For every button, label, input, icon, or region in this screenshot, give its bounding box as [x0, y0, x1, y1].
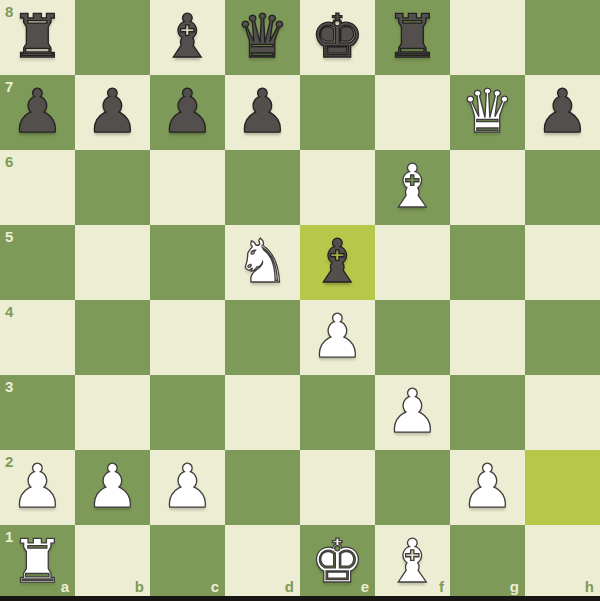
file-label-d: d — [285, 579, 294, 594]
square-a1[interactable]: 1a♜ — [0, 525, 75, 600]
square-c4[interactable] — [150, 300, 225, 375]
file-label-h: h — [585, 579, 594, 594]
square-e5[interactable]: ♝ — [300, 225, 375, 300]
piece-black-pawn[interactable]: ♟ — [536, 81, 590, 141]
piece-white-pawn[interactable]: ♟ — [386, 381, 440, 441]
square-d7[interactable]: ♟ — [225, 75, 300, 150]
square-e6[interactable] — [300, 150, 375, 225]
square-a8[interactable]: 8♜ — [0, 0, 75, 75]
square-g8[interactable] — [450, 0, 525, 75]
square-h5[interactable] — [525, 225, 600, 300]
piece-white-pawn[interactable]: ♟ — [461, 456, 515, 516]
piece-black-pawn[interactable]: ♟ — [161, 81, 215, 141]
piece-white-knight[interactable]: ♞ — [236, 231, 290, 291]
square-f4[interactable] — [375, 300, 450, 375]
square-c3[interactable] — [150, 375, 225, 450]
square-c2[interactable]: ♟ — [150, 450, 225, 525]
square-a7[interactable]: 7♟ — [0, 75, 75, 150]
square-e7[interactable] — [300, 75, 375, 150]
square-c5[interactable] — [150, 225, 225, 300]
file-label-c: c — [211, 579, 219, 594]
piece-black-pawn[interactable]: ♟ — [236, 81, 290, 141]
square-d8[interactable]: ♛ — [225, 0, 300, 75]
square-c8[interactable]: ♝ — [150, 0, 225, 75]
bottom-bar — [0, 596, 600, 601]
square-h8[interactable] — [525, 0, 600, 75]
square-h7[interactable]: ♟ — [525, 75, 600, 150]
square-g1[interactable]: g — [450, 525, 525, 600]
square-b4[interactable] — [75, 300, 150, 375]
chess-app: 8♜♝♛♚♜7♟♟♟♟♛♟6♝5♞♝4♟3♟2♟♟♟♟1a♜bcde♚f♝gh — [0, 0, 600, 601]
square-g6[interactable] — [450, 150, 525, 225]
piece-black-pawn[interactable]: ♟ — [11, 81, 65, 141]
piece-white-rook[interactable]: ♜ — [11, 531, 65, 591]
rank-label-5: 5 — [5, 229, 13, 244]
square-b2[interactable]: ♟ — [75, 450, 150, 525]
file-label-f: f — [439, 579, 444, 594]
piece-white-pawn[interactable]: ♟ — [161, 456, 215, 516]
piece-black-pawn[interactable]: ♟ — [86, 81, 140, 141]
rank-label-3: 3 — [5, 379, 13, 394]
square-h6[interactable] — [525, 150, 600, 225]
square-c6[interactable] — [150, 150, 225, 225]
square-e8[interactable]: ♚ — [300, 0, 375, 75]
square-h3[interactable] — [525, 375, 600, 450]
square-c7[interactable]: ♟ — [150, 75, 225, 150]
file-label-g: g — [510, 579, 519, 594]
square-e3[interactable] — [300, 375, 375, 450]
square-a6[interactable]: 6 — [0, 150, 75, 225]
piece-black-bishop[interactable]: ♝ — [161, 6, 215, 66]
square-g2[interactable]: ♟ — [450, 450, 525, 525]
file-label-b: b — [135, 579, 144, 594]
square-a2[interactable]: 2♟ — [0, 450, 75, 525]
square-b7[interactable]: ♟ — [75, 75, 150, 150]
rank-label-6: 6 — [5, 154, 13, 169]
piece-white-bishop[interactable]: ♝ — [386, 156, 440, 216]
square-d2[interactable] — [225, 450, 300, 525]
square-c1[interactable]: c — [150, 525, 225, 600]
square-e2[interactable] — [300, 450, 375, 525]
square-f8[interactable]: ♜ — [375, 0, 450, 75]
square-f5[interactable] — [375, 225, 450, 300]
square-e1[interactable]: e♚ — [300, 525, 375, 600]
square-b8[interactable] — [75, 0, 150, 75]
square-f3[interactable]: ♟ — [375, 375, 450, 450]
piece-black-rook[interactable]: ♜ — [386, 6, 440, 66]
square-f6[interactable]: ♝ — [375, 150, 450, 225]
square-b5[interactable] — [75, 225, 150, 300]
square-h4[interactable] — [525, 300, 600, 375]
square-g3[interactable] — [450, 375, 525, 450]
piece-black-rook[interactable]: ♜ — [11, 6, 65, 66]
square-b6[interactable] — [75, 150, 150, 225]
square-a5[interactable]: 5 — [0, 225, 75, 300]
piece-black-king[interactable]: ♚ — [311, 6, 365, 66]
piece-black-queen[interactable]: ♛ — [236, 6, 290, 66]
square-h2[interactable] — [525, 450, 600, 525]
square-b1[interactable]: b — [75, 525, 150, 600]
square-d3[interactable] — [225, 375, 300, 450]
square-b3[interactable] — [75, 375, 150, 450]
chess-board: 8♜♝♛♚♜7♟♟♟♟♛♟6♝5♞♝4♟3♟2♟♟♟♟1a♜bcde♚f♝gh — [0, 0, 600, 600]
piece-white-pawn[interactable]: ♟ — [11, 456, 65, 516]
square-d4[interactable] — [225, 300, 300, 375]
rank-label-4: 4 — [5, 304, 13, 319]
piece-white-pawn[interactable]: ♟ — [86, 456, 140, 516]
square-a4[interactable]: 4 — [0, 300, 75, 375]
square-d6[interactable] — [225, 150, 300, 225]
square-a3[interactable]: 3 — [0, 375, 75, 450]
square-g7[interactable]: ♛ — [450, 75, 525, 150]
piece-white-pawn[interactable]: ♟ — [311, 306, 365, 366]
piece-white-queen[interactable]: ♛ — [461, 81, 515, 141]
square-e4[interactable]: ♟ — [300, 300, 375, 375]
square-d1[interactable]: d — [225, 525, 300, 600]
square-f1[interactable]: f♝ — [375, 525, 450, 600]
piece-white-king[interactable]: ♚ — [311, 531, 365, 591]
square-g4[interactable] — [450, 300, 525, 375]
square-d5[interactable]: ♞ — [225, 225, 300, 300]
piece-black-bishop[interactable]: ♝ — [311, 231, 365, 291]
square-g5[interactable] — [450, 225, 525, 300]
piece-white-bishop[interactable]: ♝ — [386, 531, 440, 591]
square-f2[interactable] — [375, 450, 450, 525]
square-h1[interactable]: h — [525, 525, 600, 600]
square-f7[interactable] — [375, 75, 450, 150]
